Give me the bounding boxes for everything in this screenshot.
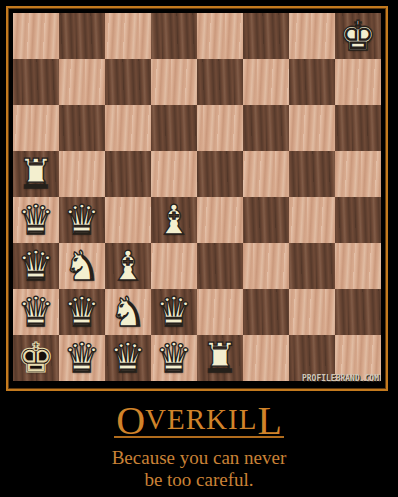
square-d2: ♛ [151, 289, 197, 335]
square-f8 [243, 13, 289, 59]
square-d7 [151, 59, 197, 105]
square-f6 [243, 105, 289, 151]
poster-subtitle: Because you can never be too careful. [0, 447, 398, 491]
board-frame: ♚♜♛♛♝♛♞♝♛♛♞♛♚♛♛♛♜ PROFILEBRAND.COM [6, 6, 388, 391]
title-underline [114, 436, 284, 438]
square-f4 [243, 197, 289, 243]
square-f2 [243, 289, 289, 335]
square-a2: ♛ [13, 289, 59, 335]
caption: OVERKILL Because you can never be too ca… [0, 396, 398, 491]
square-d6 [151, 105, 197, 151]
title-middle-letters: VERKIL [145, 403, 257, 435]
square-g6 [289, 105, 335, 151]
square-c6 [105, 105, 151, 151]
square-h8: ♚ [335, 13, 381, 59]
square-e7 [197, 59, 243, 105]
square-d8 [151, 13, 197, 59]
square-g4 [289, 197, 335, 243]
square-a5: ♜ [13, 151, 59, 197]
square-f1 [243, 335, 289, 381]
square-b6 [59, 105, 105, 151]
square-d5 [151, 151, 197, 197]
square-h2 [335, 289, 381, 335]
subtitle-line-1: Because you can never [0, 447, 398, 469]
square-a8 [13, 13, 59, 59]
white-queen: ♛ [13, 197, 59, 243]
white-rook: ♜ [197, 335, 243, 381]
white-queen: ♛ [151, 289, 197, 335]
square-h3 [335, 243, 381, 289]
square-c3: ♝ [105, 243, 151, 289]
white-queen: ♛ [105, 335, 151, 381]
square-a6 [13, 105, 59, 151]
square-g3 [289, 243, 335, 289]
white-bishop: ♝ [105, 243, 151, 289]
square-a1: ♚ [13, 335, 59, 381]
white-queen: ♛ [13, 289, 59, 335]
square-c1: ♛ [105, 335, 151, 381]
square-e5 [197, 151, 243, 197]
square-a7 [13, 59, 59, 105]
square-e4 [197, 197, 243, 243]
white-queen: ♛ [59, 197, 105, 243]
white-queen: ♛ [59, 289, 105, 335]
square-e2 [197, 289, 243, 335]
square-g8 [289, 13, 335, 59]
square-d1: ♛ [151, 335, 197, 381]
white-queen: ♛ [59, 335, 105, 381]
square-f5 [243, 151, 289, 197]
square-b2: ♛ [59, 289, 105, 335]
square-h7 [335, 59, 381, 105]
chess-board: ♚♜♛♛♝♛♞♝♛♛♞♛♚♛♛♛♜ [13, 13, 381, 381]
square-b7 [59, 59, 105, 105]
square-e8 [197, 13, 243, 59]
square-h6 [335, 105, 381, 151]
square-c7 [105, 59, 151, 105]
white-knight: ♞ [105, 289, 151, 335]
demotivational-poster: ♚♜♛♛♝♛♞♝♛♛♞♛♚♛♛♛♜ PROFILEBRAND.COM OVERK… [0, 0, 398, 497]
square-f3 [243, 243, 289, 289]
square-g2 [289, 289, 335, 335]
square-c4 [105, 197, 151, 243]
square-c5 [105, 151, 151, 197]
watermark: PROFILEBRAND.COM [302, 374, 379, 383]
square-h4 [335, 197, 381, 243]
square-b4: ♛ [59, 197, 105, 243]
square-d4: ♝ [151, 197, 197, 243]
white-knight: ♞ [59, 243, 105, 289]
subtitle-line-2: be too careful. [0, 469, 398, 491]
square-a3: ♛ [13, 243, 59, 289]
square-c2: ♞ [105, 289, 151, 335]
square-e1: ♜ [197, 335, 243, 381]
square-b3: ♞ [59, 243, 105, 289]
white-queen: ♛ [13, 243, 59, 289]
square-h5 [335, 151, 381, 197]
square-b5 [59, 151, 105, 197]
square-a4: ♛ [13, 197, 59, 243]
square-g7 [289, 59, 335, 105]
white-rook: ♜ [13, 151, 59, 197]
square-c8 [105, 13, 151, 59]
square-b8 [59, 13, 105, 59]
square-d3 [151, 243, 197, 289]
square-b1: ♛ [59, 335, 105, 381]
square-f7 [243, 59, 289, 105]
square-g5 [289, 151, 335, 197]
white-bishop: ♝ [151, 197, 197, 243]
white-king: ♚ [335, 13, 381, 59]
square-e3 [197, 243, 243, 289]
square-e6 [197, 105, 243, 151]
white-queen: ♛ [151, 335, 197, 381]
black-king: ♚ [13, 335, 59, 381]
poster-title: OVERKILL [114, 396, 284, 446]
